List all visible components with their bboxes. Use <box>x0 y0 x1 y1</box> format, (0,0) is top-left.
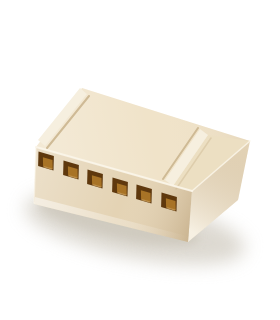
connector-product-photo <box>0 0 280 320</box>
photo-canvas <box>0 0 280 320</box>
